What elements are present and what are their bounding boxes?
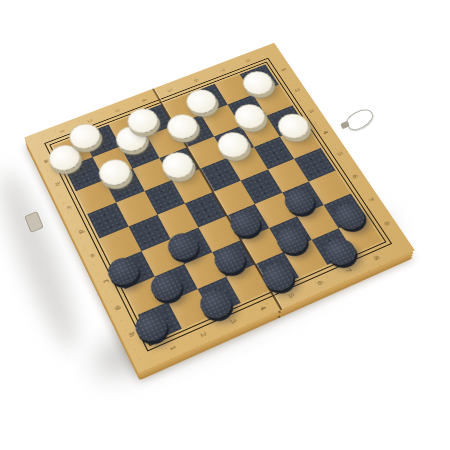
square-r4c2[interactable]: [116, 191, 157, 226]
square-r8c1[interactable]: [138, 302, 182, 342]
coord-label-top-4: 4: [139, 97, 148, 102]
square-r7c5[interactable]: [241, 228, 284, 265]
coord-label-left-h: h: [126, 331, 136, 338]
black-piece[interactable]: [130, 308, 171, 346]
coord-label-bottom-2: 2: [198, 331, 208, 338]
coord-label-bottom-3: 3: [228, 317, 238, 324]
coord-label-bottom-7: 7: [343, 267, 352, 274]
black-piece[interactable]: [320, 234, 361, 269]
coord-label-bottom-6: 6: [315, 279, 324, 286]
black-piece[interactable]: [103, 253, 143, 289]
square-r7c6[interactable]: [269, 216, 312, 252]
square-r8c5[interactable]: [255, 252, 299, 290]
square-r5c3[interactable]: [157, 203, 199, 239]
coord-label-bottom-5: 5: [286, 292, 296, 299]
square-r6c2[interactable]: [141, 239, 183, 276]
square-r5c1[interactable]: [99, 227, 141, 264]
coord-label-bottom-4: 4: [257, 305, 267, 312]
square-r8c6[interactable]: [284, 240, 327, 277]
square-r6c1[interactable]: [112, 251, 154, 289]
coord-label-left-d: d: [76, 228, 85, 234]
square-r6c6[interactable]: [254, 193, 296, 228]
square-r7c2[interactable]: [154, 264, 197, 302]
square-r6c4[interactable]: [199, 216, 241, 252]
coord-label-bottom-8: 8: [371, 255, 380, 262]
square-r8c3[interactable]: [197, 277, 241, 316]
square-r7c1[interactable]: [125, 276, 168, 315]
coord-label-bottom-1: 1: [168, 344, 178, 351]
square-r6c5[interactable]: [227, 204, 269, 240]
coord-label-top-1: 1: [58, 128, 67, 134]
black-piece[interactable]: [271, 223, 311, 257]
coord-label-right-8: 8: [381, 220, 390, 226]
square-r6c3[interactable]: [170, 227, 212, 264]
square-r4c1[interactable]: [87, 203, 128, 239]
square-r8c8[interactable]: [339, 217, 382, 253]
black-piece[interactable]: [195, 285, 236, 322]
square-r7c7[interactable]: [296, 205, 339, 241]
square-r7c3[interactable]: [183, 252, 226, 290]
square-r5c4[interactable]: [185, 192, 226, 227]
square-r7c4[interactable]: [212, 240, 255, 277]
square-r7c8[interactable]: [324, 193, 367, 228]
coord-label-left-e: e: [88, 253, 97, 259]
coord-label-top-3: 3: [112, 107, 121, 112]
black-piece[interactable]: [257, 259, 298, 295]
metal-clasp-icon[interactable]: [344, 105, 377, 133]
black-piece[interactable]: [329, 200, 369, 233]
square-r5c2[interactable]: [128, 215, 170, 251]
product-photo-canvas: a111b222c333d444e555f666g777h888: [0, 0, 450, 450]
black-piece[interactable]: [163, 229, 203, 264]
square-r8c7[interactable]: [311, 228, 354, 265]
square-r8c4[interactable]: [226, 265, 270, 303]
coord-label-left-c: c: [64, 205, 73, 211]
checkers-board: a111b222c333d444e555f666g777h888: [24, 43, 415, 374]
square-r8c2[interactable]: [168, 289, 212, 328]
coord-label-left-b: b: [53, 181, 62, 187]
coord-label-left-g: g: [113, 304, 123, 311]
black-piece[interactable]: [147, 269, 188, 305]
board-face: a111b222c333d444e555f666g777h888: [24, 43, 415, 374]
black-piece[interactable]: [225, 206, 265, 240]
coord-label-left-f: f: [101, 279, 110, 284]
black-piece[interactable]: [210, 242, 250, 277]
coord-label-right-7: 7: [366, 197, 375, 203]
